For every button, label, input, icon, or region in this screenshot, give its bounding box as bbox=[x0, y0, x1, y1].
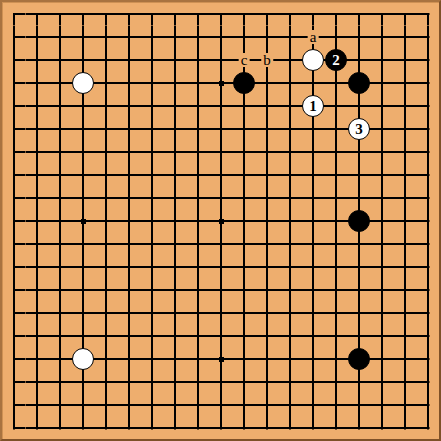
intersection bbox=[302, 348, 325, 371]
intersection bbox=[164, 141, 187, 164]
black-stone bbox=[233, 72, 255, 94]
intersection bbox=[187, 49, 210, 72]
board-grid: 123abc bbox=[3, 3, 440, 440]
intersection bbox=[348, 3, 371, 26]
intersection bbox=[26, 348, 49, 371]
intersection bbox=[417, 118, 440, 141]
white-stone bbox=[72, 72, 94, 94]
intersection bbox=[394, 141, 417, 164]
intersection bbox=[49, 417, 72, 440]
intersection bbox=[26, 325, 49, 348]
intersection bbox=[187, 3, 210, 26]
intersection bbox=[279, 302, 302, 325]
intersection bbox=[95, 394, 118, 417]
intersection bbox=[95, 187, 118, 210]
intersection bbox=[210, 233, 233, 256]
intersection bbox=[164, 256, 187, 279]
intersection bbox=[3, 394, 26, 417]
intersection bbox=[49, 256, 72, 279]
intersection bbox=[26, 302, 49, 325]
intersection bbox=[118, 302, 141, 325]
black-stone bbox=[348, 210, 370, 232]
intersection bbox=[187, 348, 210, 371]
intersection bbox=[302, 118, 325, 141]
intersection bbox=[371, 417, 394, 440]
intersection bbox=[371, 141, 394, 164]
intersection bbox=[394, 371, 417, 394]
intersection bbox=[49, 164, 72, 187]
intersection bbox=[371, 49, 394, 72]
intersection bbox=[417, 26, 440, 49]
intersection bbox=[72, 164, 95, 187]
intersection bbox=[72, 371, 95, 394]
intersection bbox=[49, 187, 72, 210]
intersection bbox=[141, 187, 164, 210]
intersection bbox=[118, 210, 141, 233]
intersection bbox=[233, 141, 256, 164]
intersection bbox=[325, 325, 348, 348]
intersection bbox=[210, 95, 233, 118]
intersection bbox=[26, 279, 49, 302]
intersection bbox=[49, 394, 72, 417]
white-stone bbox=[72, 348, 94, 370]
intersection bbox=[279, 371, 302, 394]
hoshi-dot bbox=[219, 219, 224, 224]
intersection bbox=[72, 394, 95, 417]
point-label-c: c bbox=[239, 53, 250, 67]
intersection bbox=[417, 95, 440, 118]
intersection bbox=[141, 26, 164, 49]
intersection bbox=[118, 72, 141, 95]
intersection bbox=[141, 95, 164, 118]
intersection bbox=[256, 302, 279, 325]
intersection bbox=[302, 325, 325, 348]
intersection bbox=[164, 187, 187, 210]
intersection bbox=[371, 95, 394, 118]
intersection bbox=[371, 256, 394, 279]
intersection bbox=[371, 394, 394, 417]
intersection bbox=[302, 164, 325, 187]
intersection bbox=[118, 279, 141, 302]
intersection bbox=[256, 164, 279, 187]
intersection bbox=[95, 371, 118, 394]
intersection bbox=[95, 279, 118, 302]
hoshi-dot bbox=[219, 357, 224, 362]
intersection bbox=[394, 302, 417, 325]
intersection bbox=[279, 348, 302, 371]
intersection bbox=[325, 72, 348, 95]
intersection bbox=[26, 256, 49, 279]
intersection bbox=[187, 72, 210, 95]
intersection bbox=[417, 164, 440, 187]
intersection bbox=[164, 325, 187, 348]
intersection bbox=[348, 394, 371, 417]
intersection bbox=[233, 118, 256, 141]
intersection bbox=[233, 417, 256, 440]
intersection bbox=[233, 325, 256, 348]
hoshi-dot bbox=[81, 219, 86, 224]
intersection bbox=[325, 210, 348, 233]
intersection bbox=[72, 187, 95, 210]
intersection bbox=[118, 187, 141, 210]
intersection bbox=[279, 187, 302, 210]
intersection bbox=[3, 3, 26, 26]
intersection bbox=[72, 26, 95, 49]
intersection bbox=[279, 279, 302, 302]
intersection bbox=[371, 210, 394, 233]
intersection bbox=[348, 325, 371, 348]
intersection bbox=[348, 256, 371, 279]
intersection bbox=[417, 325, 440, 348]
white-stone-move-1: 1 bbox=[302, 95, 324, 117]
intersection bbox=[49, 141, 72, 164]
intersection bbox=[256, 325, 279, 348]
intersection bbox=[210, 417, 233, 440]
intersection bbox=[233, 256, 256, 279]
intersection bbox=[325, 3, 348, 26]
intersection bbox=[72, 95, 95, 118]
intersection bbox=[302, 417, 325, 440]
intersection bbox=[371, 118, 394, 141]
intersection bbox=[371, 26, 394, 49]
intersection bbox=[3, 279, 26, 302]
intersection bbox=[394, 164, 417, 187]
intersection bbox=[95, 210, 118, 233]
intersection bbox=[279, 394, 302, 417]
intersection bbox=[233, 394, 256, 417]
black-stone bbox=[348, 348, 370, 370]
intersection bbox=[164, 49, 187, 72]
intersection bbox=[394, 95, 417, 118]
intersection bbox=[26, 233, 49, 256]
intersection bbox=[26, 49, 49, 72]
intersection bbox=[3, 141, 26, 164]
intersection bbox=[371, 3, 394, 26]
intersection bbox=[164, 279, 187, 302]
intersection bbox=[49, 49, 72, 72]
intersection bbox=[325, 187, 348, 210]
intersection bbox=[256, 279, 279, 302]
intersection bbox=[141, 141, 164, 164]
intersection bbox=[26, 118, 49, 141]
intersection bbox=[348, 371, 371, 394]
intersection bbox=[118, 164, 141, 187]
intersection bbox=[141, 233, 164, 256]
intersection bbox=[118, 325, 141, 348]
intersection bbox=[394, 233, 417, 256]
intersection bbox=[417, 394, 440, 417]
intersection bbox=[279, 49, 302, 72]
intersection bbox=[394, 348, 417, 371]
intersection bbox=[233, 3, 256, 26]
intersection bbox=[279, 210, 302, 233]
point-label-a: a bbox=[308, 30, 319, 44]
intersection bbox=[210, 118, 233, 141]
intersection bbox=[279, 256, 302, 279]
intersection bbox=[325, 348, 348, 371]
intersection bbox=[3, 72, 26, 95]
intersection bbox=[256, 3, 279, 26]
intersection bbox=[279, 325, 302, 348]
intersection bbox=[394, 279, 417, 302]
intersection bbox=[394, 3, 417, 26]
intersection bbox=[95, 256, 118, 279]
intersection bbox=[95, 95, 118, 118]
intersection bbox=[417, 3, 440, 26]
intersection bbox=[325, 417, 348, 440]
intersection bbox=[302, 233, 325, 256]
intersection bbox=[302, 141, 325, 164]
intersection bbox=[302, 371, 325, 394]
intersection bbox=[164, 371, 187, 394]
intersection bbox=[325, 95, 348, 118]
intersection bbox=[233, 371, 256, 394]
intersection bbox=[417, 371, 440, 394]
intersection bbox=[187, 26, 210, 49]
intersection bbox=[95, 49, 118, 72]
intersection bbox=[279, 118, 302, 141]
intersection bbox=[325, 394, 348, 417]
intersection bbox=[233, 279, 256, 302]
intersection bbox=[72, 118, 95, 141]
intersection bbox=[210, 394, 233, 417]
intersection bbox=[3, 187, 26, 210]
intersection bbox=[394, 210, 417, 233]
intersection bbox=[371, 302, 394, 325]
intersection bbox=[95, 118, 118, 141]
intersection bbox=[26, 141, 49, 164]
intersection bbox=[325, 164, 348, 187]
intersection bbox=[3, 417, 26, 440]
intersection bbox=[118, 141, 141, 164]
intersection bbox=[256, 233, 279, 256]
white-stone-move-3: 3 bbox=[348, 118, 370, 140]
intersection bbox=[187, 279, 210, 302]
intersection bbox=[26, 3, 49, 26]
intersection bbox=[3, 26, 26, 49]
intersection bbox=[3, 118, 26, 141]
intersection bbox=[325, 118, 348, 141]
intersection bbox=[187, 233, 210, 256]
intersection bbox=[49, 3, 72, 26]
intersection bbox=[417, 233, 440, 256]
intersection bbox=[417, 210, 440, 233]
intersection bbox=[279, 95, 302, 118]
intersection bbox=[210, 3, 233, 26]
intersection bbox=[118, 49, 141, 72]
intersection bbox=[371, 187, 394, 210]
intersection bbox=[26, 210, 49, 233]
intersection bbox=[118, 95, 141, 118]
intersection bbox=[256, 118, 279, 141]
intersection bbox=[187, 95, 210, 118]
intersection bbox=[72, 302, 95, 325]
intersection bbox=[302, 256, 325, 279]
intersection bbox=[233, 164, 256, 187]
intersection bbox=[302, 3, 325, 26]
intersection bbox=[164, 302, 187, 325]
intersection bbox=[3, 95, 26, 118]
intersection bbox=[210, 26, 233, 49]
intersection bbox=[256, 187, 279, 210]
intersection bbox=[118, 3, 141, 26]
intersection bbox=[210, 141, 233, 164]
intersection bbox=[141, 49, 164, 72]
intersection bbox=[49, 302, 72, 325]
intersection bbox=[187, 118, 210, 141]
intersection bbox=[95, 72, 118, 95]
intersection bbox=[233, 210, 256, 233]
intersection bbox=[394, 256, 417, 279]
intersection bbox=[394, 325, 417, 348]
intersection bbox=[325, 302, 348, 325]
intersection bbox=[72, 256, 95, 279]
intersection bbox=[164, 210, 187, 233]
intersection bbox=[3, 302, 26, 325]
intersection bbox=[49, 118, 72, 141]
intersection bbox=[187, 210, 210, 233]
intersection bbox=[256, 417, 279, 440]
intersection bbox=[26, 26, 49, 49]
intersection bbox=[164, 26, 187, 49]
intersection bbox=[210, 187, 233, 210]
intersection bbox=[210, 302, 233, 325]
intersection bbox=[279, 164, 302, 187]
intersection bbox=[279, 233, 302, 256]
intersection bbox=[3, 348, 26, 371]
intersection bbox=[394, 72, 417, 95]
intersection bbox=[26, 72, 49, 95]
intersection bbox=[164, 118, 187, 141]
intersection bbox=[118, 417, 141, 440]
intersection bbox=[26, 417, 49, 440]
intersection bbox=[141, 417, 164, 440]
intersection bbox=[164, 233, 187, 256]
intersection bbox=[348, 279, 371, 302]
point-label-b: b bbox=[261, 53, 273, 67]
intersection bbox=[394, 49, 417, 72]
intersection bbox=[49, 72, 72, 95]
black-stone bbox=[348, 72, 370, 94]
intersection bbox=[302, 210, 325, 233]
intersection bbox=[72, 417, 95, 440]
intersection bbox=[164, 394, 187, 417]
intersection bbox=[187, 141, 210, 164]
intersection bbox=[141, 348, 164, 371]
intersection bbox=[95, 26, 118, 49]
intersection bbox=[141, 3, 164, 26]
intersection bbox=[3, 49, 26, 72]
intersection bbox=[371, 72, 394, 95]
intersection bbox=[49, 26, 72, 49]
intersection bbox=[371, 348, 394, 371]
intersection bbox=[3, 256, 26, 279]
intersection bbox=[95, 3, 118, 26]
go-board: 123abc bbox=[0, 0, 441, 441]
intersection bbox=[72, 141, 95, 164]
intersection bbox=[256, 141, 279, 164]
intersection bbox=[348, 233, 371, 256]
intersection bbox=[279, 3, 302, 26]
intersection bbox=[72, 325, 95, 348]
intersection bbox=[164, 72, 187, 95]
intersection bbox=[3, 210, 26, 233]
intersection bbox=[279, 417, 302, 440]
intersection bbox=[141, 279, 164, 302]
intersection bbox=[233, 348, 256, 371]
intersection bbox=[141, 72, 164, 95]
intersection bbox=[210, 371, 233, 394]
intersection bbox=[164, 164, 187, 187]
intersection bbox=[3, 164, 26, 187]
intersection bbox=[348, 302, 371, 325]
intersection bbox=[279, 141, 302, 164]
intersection bbox=[233, 233, 256, 256]
intersection bbox=[164, 348, 187, 371]
intersection bbox=[417, 72, 440, 95]
intersection bbox=[95, 348, 118, 371]
intersection bbox=[325, 371, 348, 394]
intersection bbox=[210, 256, 233, 279]
intersection bbox=[141, 302, 164, 325]
intersection bbox=[348, 95, 371, 118]
intersection bbox=[164, 3, 187, 26]
intersection bbox=[72, 279, 95, 302]
intersection bbox=[233, 95, 256, 118]
intersection bbox=[141, 394, 164, 417]
intersection bbox=[256, 371, 279, 394]
intersection bbox=[371, 164, 394, 187]
intersection bbox=[141, 325, 164, 348]
intersection bbox=[417, 279, 440, 302]
intersection bbox=[302, 394, 325, 417]
intersection bbox=[164, 417, 187, 440]
intersection bbox=[118, 26, 141, 49]
white-stone bbox=[302, 49, 324, 71]
intersection bbox=[394, 417, 417, 440]
intersection bbox=[95, 141, 118, 164]
intersection bbox=[371, 325, 394, 348]
intersection bbox=[417, 187, 440, 210]
intersection bbox=[256, 348, 279, 371]
intersection bbox=[95, 417, 118, 440]
intersection bbox=[26, 371, 49, 394]
intersection bbox=[210, 325, 233, 348]
intersection bbox=[95, 302, 118, 325]
intersection bbox=[187, 256, 210, 279]
black-stone-move-2: 2 bbox=[325, 49, 347, 71]
intersection bbox=[348, 417, 371, 440]
intersection bbox=[417, 256, 440, 279]
intersection bbox=[256, 210, 279, 233]
intersection bbox=[394, 26, 417, 49]
intersection bbox=[302, 187, 325, 210]
intersection bbox=[325, 279, 348, 302]
intersection bbox=[187, 325, 210, 348]
intersection bbox=[210, 279, 233, 302]
intersection bbox=[72, 49, 95, 72]
intersection bbox=[256, 95, 279, 118]
intersection bbox=[118, 348, 141, 371]
intersection bbox=[325, 233, 348, 256]
intersection bbox=[3, 325, 26, 348]
intersection bbox=[417, 417, 440, 440]
intersection bbox=[26, 95, 49, 118]
intersection bbox=[256, 26, 279, 49]
intersection bbox=[279, 26, 302, 49]
intersection bbox=[141, 256, 164, 279]
intersection bbox=[348, 141, 371, 164]
